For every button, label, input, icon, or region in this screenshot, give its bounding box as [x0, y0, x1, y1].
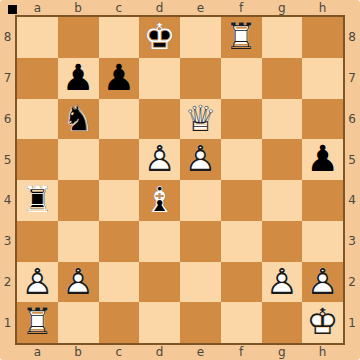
file-label-bottom-g: g [262, 344, 303, 360]
square-e2[interactable] [180, 262, 221, 303]
white-rook-glyph: ♜ [17, 302, 58, 343]
file-label-top-g: g [262, 0, 303, 15]
file-label-top-f: f [221, 0, 262, 15]
square-f4[interactable] [221, 180, 262, 221]
square-e3[interactable] [180, 221, 221, 262]
square-a3[interactable] [17, 221, 58, 262]
black-bishop-glyph: ♝ [139, 180, 180, 221]
piece-black-bishop[interactable]: ♝♗ [139, 180, 180, 221]
rank-label-left-6: 6 [0, 99, 15, 140]
square-b6[interactable]: ♞♘ [58, 99, 99, 140]
square-b7[interactable]: ♟ [58, 58, 99, 99]
square-b1[interactable] [58, 302, 99, 343]
square-a6[interactable] [17, 99, 58, 140]
rank-label-right-7: 7 [344, 58, 360, 99]
square-d5[interactable]: ♟♙ [139, 139, 180, 180]
square-h6[interactable] [302, 99, 343, 140]
black-pawn-glyph: ♟ [99, 58, 140, 99]
black-pawn-glyph: ♟ [302, 139, 343, 180]
square-d1[interactable] [139, 302, 180, 343]
piece-black-rook[interactable]: ♜♖ [17, 180, 58, 221]
black-king-detail: ♔ [139, 17, 180, 58]
file-labels-top: abcdefgh [17, 0, 343, 15]
white-rook-glyph: ♜ [221, 17, 262, 58]
square-d3[interactable] [139, 221, 180, 262]
square-a1[interactable]: ♜♖ [17, 302, 58, 343]
square-e4[interactable] [180, 180, 221, 221]
file-label-top-d: d [139, 0, 180, 15]
rank-label-right-3: 3 [344, 221, 360, 262]
white-pawn-glyph: ♟ [58, 262, 99, 303]
board: ♚♔♜♖♟♟♞♘♛♕♟♙♟♙♟♜♖♝♗♟♙♟♙♟♙♟♙♜♖♚♔ [15, 15, 345, 345]
square-d7[interactable] [139, 58, 180, 99]
square-f2[interactable] [221, 262, 262, 303]
square-h4[interactable] [302, 180, 343, 221]
square-d6[interactable] [139, 99, 180, 140]
square-c6[interactable] [99, 99, 140, 140]
square-h7[interactable] [302, 58, 343, 99]
file-label-top-c: c [99, 0, 140, 15]
white-queen-glyph: ♛ [180, 99, 221, 140]
white-pawn-glyph: ♟ [302, 262, 343, 303]
square-c4[interactable] [99, 180, 140, 221]
square-f8[interactable]: ♜♖ [221, 17, 262, 58]
white-king-glyph: ♚ [302, 302, 343, 343]
rank-label-right-2: 2 [344, 262, 360, 303]
square-g7[interactable] [262, 58, 303, 99]
square-d8[interactable]: ♚♔ [139, 17, 180, 58]
white-rook-detail: ♖ [221, 17, 262, 58]
white-pawn-detail: ♙ [262, 262, 303, 303]
piece-white-pawn[interactable]: ♟♙ [180, 139, 221, 180]
piece-white-rook[interactable]: ♜♖ [221, 17, 262, 58]
piece-black-pawn[interactable]: ♟ [58, 58, 99, 99]
square-b3[interactable] [58, 221, 99, 262]
white-king-detail: ♔ [302, 302, 343, 343]
file-label-bottom-h: h [302, 344, 343, 360]
piece-black-pawn[interactable]: ♟ [302, 139, 343, 180]
chess-diagram: abcdefgh abcdefgh 87654321 87654321 ♚♔♜♖… [0, 0, 360, 360]
file-label-bottom-a: a [17, 344, 58, 360]
side-to-move-indicator [8, 5, 17, 14]
square-h8[interactable] [302, 17, 343, 58]
square-b5[interactable] [58, 139, 99, 180]
square-g2[interactable]: ♟♙ [262, 262, 303, 303]
black-king-glyph: ♚ [139, 17, 180, 58]
square-d2[interactable] [139, 262, 180, 303]
square-d4[interactable]: ♝♗ [139, 180, 180, 221]
rank-label-right-4: 4 [344, 180, 360, 221]
rank-label-left-2: 2 [0, 262, 15, 303]
square-b2[interactable]: ♟♙ [58, 262, 99, 303]
black-bishop-detail: ♗ [139, 180, 180, 221]
file-labels-bottom: abcdefgh [17, 344, 343, 360]
file-label-bottom-f: f [221, 344, 262, 360]
black-knight-detail: ♘ [58, 99, 99, 140]
white-pawn-detail: ♙ [58, 262, 99, 303]
square-g3[interactable] [262, 221, 303, 262]
rank-label-right-8: 8 [344, 17, 360, 58]
file-label-bottom-e: e [180, 344, 221, 360]
black-pawn-glyph: ♟ [58, 58, 99, 99]
black-knight-glyph: ♞ [58, 99, 99, 140]
square-e8[interactable] [180, 17, 221, 58]
piece-black-pawn[interactable]: ♟ [99, 58, 140, 99]
white-pawn-glyph: ♟ [139, 139, 180, 180]
rank-labels-left: 87654321 [0, 17, 15, 343]
square-c8[interactable] [99, 17, 140, 58]
black-rook-glyph: ♜ [17, 180, 58, 221]
file-label-top-b: b [58, 0, 99, 15]
square-b4[interactable] [58, 180, 99, 221]
white-pawn-glyph: ♟ [17, 262, 58, 303]
piece-black-king[interactable]: ♚♔ [139, 17, 180, 58]
square-h2[interactable]: ♟♙ [302, 262, 343, 303]
square-a7[interactable] [17, 58, 58, 99]
square-c3[interactable] [99, 221, 140, 262]
rank-label-left-7: 7 [0, 58, 15, 99]
square-f5[interactable] [221, 139, 262, 180]
rank-label-left-8: 8 [0, 17, 15, 58]
piece-white-pawn[interactable]: ♟♙ [139, 139, 180, 180]
rank-label-left-1: 1 [0, 302, 15, 343]
piece-white-pawn[interactable]: ♟♙ [302, 262, 343, 303]
square-f6[interactable] [221, 99, 262, 140]
square-h5[interactable]: ♟ [302, 139, 343, 180]
piece-white-pawn[interactable]: ♟♙ [262, 262, 303, 303]
square-h1[interactable]: ♚♔ [302, 302, 343, 343]
square-a8[interactable] [17, 17, 58, 58]
white-pawn-detail: ♙ [180, 139, 221, 180]
piece-white-rook[interactable]: ♜♖ [17, 302, 58, 343]
piece-white-pawn[interactable]: ♟♙ [58, 262, 99, 303]
square-f3[interactable] [221, 221, 262, 262]
file-label-bottom-d: d [139, 344, 180, 360]
white-pawn-detail: ♙ [139, 139, 180, 180]
rank-label-right-5: 5 [344, 139, 360, 180]
white-rook-detail: ♖ [17, 302, 58, 343]
square-g8[interactable] [262, 17, 303, 58]
rank-label-left-3: 3 [0, 221, 15, 262]
black-rook-detail: ♖ [17, 180, 58, 221]
square-c7[interactable]: ♟ [99, 58, 140, 99]
rank-label-right-1: 1 [344, 302, 360, 343]
square-e6[interactable]: ♛♕ [180, 99, 221, 140]
square-e5[interactable]: ♟♙ [180, 139, 221, 180]
square-g6[interactable] [262, 99, 303, 140]
square-h3[interactable] [302, 221, 343, 262]
white-queen-detail: ♕ [180, 99, 221, 140]
square-g4[interactable] [262, 180, 303, 221]
piece-black-knight[interactable]: ♞♘ [58, 99, 99, 140]
square-a4[interactable]: ♜♖ [17, 180, 58, 221]
square-f1[interactable] [221, 302, 262, 343]
piece-white-pawn[interactable]: ♟♙ [17, 262, 58, 303]
square-g1[interactable] [262, 302, 303, 343]
rank-label-left-4: 4 [0, 180, 15, 221]
square-g5[interactable] [262, 139, 303, 180]
rank-labels-right: 87654321 [344, 17, 360, 343]
rank-label-right-6: 6 [344, 99, 360, 140]
square-e7[interactable] [180, 58, 221, 99]
white-pawn-detail: ♙ [302, 262, 343, 303]
rank-label-left-5: 5 [0, 139, 15, 180]
piece-white-king[interactable]: ♚♔ [302, 302, 343, 343]
file-label-top-a: a [17, 0, 58, 15]
white-pawn-detail: ♙ [17, 262, 58, 303]
square-a2[interactable]: ♟♙ [17, 262, 58, 303]
square-b8[interactable] [58, 17, 99, 58]
square-a5[interactable] [17, 139, 58, 180]
white-pawn-glyph: ♟ [262, 262, 303, 303]
file-label-top-h: h [302, 0, 343, 15]
square-c5[interactable] [99, 139, 140, 180]
piece-white-queen[interactable]: ♛♕ [180, 99, 221, 140]
square-f7[interactable] [221, 58, 262, 99]
file-label-bottom-c: c [99, 344, 140, 360]
square-e1[interactable] [180, 302, 221, 343]
file-label-bottom-b: b [58, 344, 99, 360]
square-c1[interactable] [99, 302, 140, 343]
white-pawn-glyph: ♟ [180, 139, 221, 180]
file-label-top-e: e [180, 0, 221, 15]
square-c2[interactable] [99, 262, 140, 303]
